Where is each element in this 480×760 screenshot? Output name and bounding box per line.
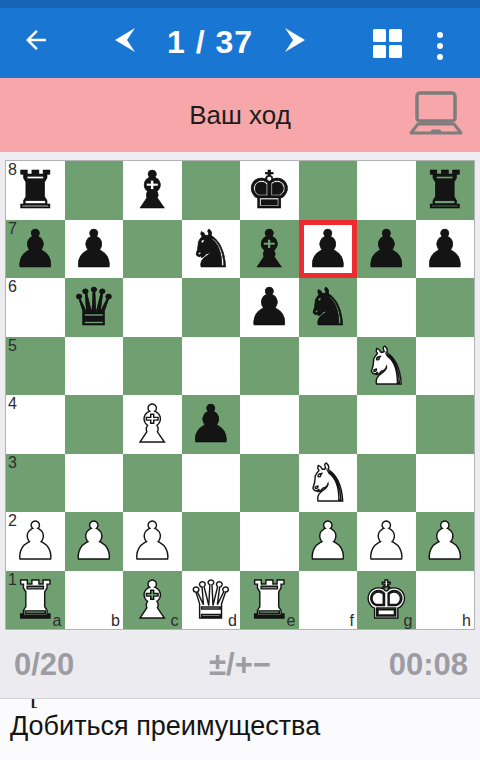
laptop-icon [408, 90, 464, 140]
piece-black-pawn: ♟ [182, 395, 241, 454]
square-b5[interactable] [65, 337, 124, 396]
puzzle-counter: 1 / 37 [167, 24, 253, 61]
file-label-a: a [53, 612, 62, 629]
square-d7[interactable]: ♞ [182, 220, 241, 279]
square-h8[interactable]: ♜ [416, 161, 475, 220]
square-e7[interactable]: ♝ [240, 220, 299, 279]
rank-label-3: 3 [8, 454, 17, 471]
next-puzzle-button[interactable] [276, 25, 310, 59]
square-d5[interactable] [182, 337, 241, 396]
file-label-f: f [350, 612, 354, 629]
square-b4[interactable] [65, 395, 124, 454]
square-g7[interactable]: ♟ [357, 220, 416, 279]
piece-white-knight: ♞ [299, 454, 358, 513]
square-g4[interactable] [357, 395, 416, 454]
piece-black-pawn: ♟ [416, 220, 475, 279]
square-b7[interactable]: ♟ [65, 220, 124, 279]
square-d4[interactable]: ♟ [182, 395, 241, 454]
piece-black-king: ♚ [240, 161, 299, 220]
square-h3[interactable] [416, 454, 475, 513]
square-a1[interactable]: 1a♜ [6, 571, 65, 630]
square-a8[interactable]: 8♜ [6, 161, 65, 220]
arrow-left-icon [21, 25, 51, 59]
overflow-dots-icon [437, 32, 443, 38]
square-h7[interactable]: ♟ [416, 220, 475, 279]
square-a5[interactable]: 5 [6, 337, 65, 396]
file-label-h: h [462, 612, 471, 629]
square-h5[interactable] [416, 337, 475, 396]
square-b8[interactable] [65, 161, 124, 220]
square-c1[interactable]: c♝ [123, 571, 182, 630]
piece-black-pawn: ♟ [357, 220, 416, 279]
top-app-bar: 1 / 37 [0, 0, 480, 78]
file-label-d: d [228, 612, 237, 629]
move-banner-text: Ваш ход [189, 100, 291, 131]
square-b1[interactable]: b [65, 571, 124, 630]
task-description: Добиться преимущества [10, 711, 320, 742]
square-e3[interactable] [240, 454, 299, 513]
square-d2[interactable] [182, 512, 241, 571]
square-g5[interactable]: ♞ [357, 337, 416, 396]
piece-black-pawn: ♟ [65, 220, 124, 279]
square-h1[interactable]: h [416, 571, 475, 630]
piece-white-knight: ♞ [357, 337, 416, 396]
piece-black-pawn: ♟ [240, 278, 299, 337]
square-c3[interactable] [123, 454, 182, 513]
clipped-text-line: [ ] [30, 699, 110, 708]
file-label-e: e [287, 612, 296, 629]
square-d1[interactable]: d♛ [182, 571, 241, 630]
square-c2[interactable]: ♟ [123, 512, 182, 571]
status-bar [0, 0, 480, 8]
piece-white-pawn: ♟ [416, 512, 475, 571]
rank-label-5: 5 [8, 337, 17, 354]
square-e1[interactable]: e♜ [240, 571, 299, 630]
square-e2[interactable] [240, 512, 299, 571]
square-f8[interactable] [299, 161, 358, 220]
square-f5[interactable] [299, 337, 358, 396]
square-f2[interactable]: ♟ [299, 512, 358, 571]
square-f6[interactable]: ♞ [299, 278, 358, 337]
piece-black-bishop: ♝ [123, 161, 182, 220]
square-e4[interactable] [240, 395, 299, 454]
square-f3[interactable]: ♞ [299, 454, 358, 513]
piece-black-knight: ♞ [182, 220, 241, 279]
piece-black-knight: ♞ [299, 278, 358, 337]
piece-black-pawn: ♟ [299, 220, 358, 279]
timer: 00:08 [389, 647, 468, 683]
square-d6[interactable] [182, 278, 241, 337]
square-c7[interactable] [123, 220, 182, 279]
square-a4[interactable]: 4 [6, 395, 65, 454]
square-g8[interactable] [357, 161, 416, 220]
square-c6[interactable] [123, 278, 182, 337]
square-d3[interactable] [182, 454, 241, 513]
rank-label-8: 8 [8, 161, 17, 178]
task-area[interactable]: [ ] Добиться преимущества [0, 699, 480, 760]
square-g2[interactable]: ♟ [357, 512, 416, 571]
stats-strip: 0/20 ±/+− 00:08 [0, 632, 480, 699]
overflow-menu-button[interactable] [428, 26, 452, 66]
file-label-c: c [171, 612, 179, 629]
puzzle-navigation: 1 / 37 [110, 14, 310, 70]
square-g1[interactable]: g♚ [357, 571, 416, 630]
square-c5[interactable] [123, 337, 182, 396]
rank-label-4: 4 [8, 395, 17, 412]
piece-black-queen: ♛ [65, 278, 124, 337]
puzzle-list-button[interactable] [373, 29, 403, 59]
square-h6[interactable] [416, 278, 475, 337]
file-label-g: g [404, 612, 413, 629]
square-a6[interactable]: 6 [6, 278, 65, 337]
square-b2[interactable]: ♟ [65, 512, 124, 571]
board-grid: 8♜♝♚♜7♟♟♞♝♟♟♟6♛♟♞5♞4♝♟3♞2♟♟♟♟♟♟1a♜bc♝d♛e… [6, 161, 474, 629]
piece-white-pawn: ♟ [299, 512, 358, 571]
square-a2[interactable]: 2♟ [6, 512, 65, 571]
piece-white-pawn: ♟ [65, 512, 124, 571]
chevron-right-icon [277, 24, 309, 60]
previous-puzzle-button[interactable] [110, 25, 144, 59]
square-c4[interactable]: ♝ [123, 395, 182, 454]
chess-board: 8♜♝♚♜7♟♟♞♝♟♟♟6♛♟♞5♞4♝♟3♞2♟♟♟♟♟♟1a♜bc♝d♛e… [5, 160, 475, 630]
square-d8[interactable] [182, 161, 241, 220]
square-f1[interactable]: f [299, 571, 358, 630]
piece-black-rook: ♜ [416, 161, 475, 220]
rank-label-1: 1 [8, 571, 17, 588]
piece-white-pawn: ♟ [357, 512, 416, 571]
file-label-b: b [111, 612, 120, 629]
chevron-left-icon [111, 24, 143, 60]
square-b6[interactable]: ♛ [65, 278, 124, 337]
grid-icon [373, 29, 386, 42]
piece-black-bishop: ♝ [240, 220, 299, 279]
square-b3[interactable] [65, 454, 124, 513]
rank-label-7: 7 [8, 220, 17, 237]
square-a7[interactable]: 7♟ [6, 220, 65, 279]
square-e5[interactable] [240, 337, 299, 396]
square-g6[interactable] [357, 278, 416, 337]
square-f7[interactable]: ♟ [299, 220, 358, 279]
square-h2[interactable]: ♟ [416, 512, 475, 571]
square-f4[interactable] [299, 395, 358, 454]
square-a3[interactable]: 3 [6, 454, 65, 513]
back-button[interactable] [18, 24, 54, 60]
square-e6[interactable]: ♟ [240, 278, 299, 337]
rank-label-6: 6 [8, 278, 17, 295]
piece-white-bishop: ♝ [123, 395, 182, 454]
move-banner: Ваш ход [0, 78, 480, 152]
square-h4[interactable] [416, 395, 475, 454]
rank-label-2: 2 [8, 512, 17, 529]
piece-white-pawn: ♟ [123, 512, 182, 571]
square-e8[interactable]: ♚ [240, 161, 299, 220]
square-g3[interactable] [357, 454, 416, 513]
square-c8[interactable]: ♝ [123, 161, 182, 220]
